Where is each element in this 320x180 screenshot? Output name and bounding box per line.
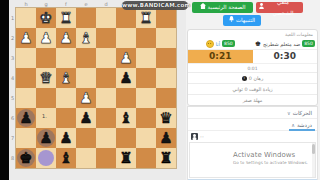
- rank-label-2: 2: [9, 28, 16, 48]
- mode-label: مهلة صفر: [243, 98, 263, 103]
- chat-input[interactable]: [188, 179, 317, 180]
- player-me: أنا 850: [188, 40, 253, 48]
- player-opponent-name: ضد متعلم شطرنج: [263, 41, 300, 47]
- square-c5[interactable]: [116, 88, 136, 108]
- avatar: [191, 133, 198, 140]
- square-b2[interactable]: [136, 28, 156, 48]
- square-e2[interactable]: ♝: [76, 28, 96, 48]
- square-c4[interactable]: ♟: [116, 68, 136, 88]
- square-a6[interactable]: ♛: [156, 108, 176, 128]
- square-h8[interactable]: ♚: [16, 148, 36, 168]
- info-icon[interactable]: i: [242, 76, 247, 81]
- bandicam-watermark: www.BANDICAM.com: [122, 1, 188, 10]
- square-b6[interactable]: [136, 108, 156, 128]
- black-rook-a8[interactable]: ♜: [156, 148, 176, 168]
- file-label-g: g: [36, 0, 56, 8]
- black-king-h8[interactable]: ♚: [16, 148, 36, 168]
- file-label-f: f: [56, 0, 76, 8]
- black-pawn-g7[interactable]: ♟: [36, 128, 56, 148]
- chat-message-row: ··: [188, 131, 317, 142]
- chat-scroll-area[interactable]: [189, 142, 316, 178]
- notifications-button-label: التنبيهات: [236, 15, 255, 26]
- square-e5[interactable]: ♟: [76, 88, 96, 108]
- chat-section-toggle[interactable]: دردشة ∧: [188, 119, 317, 131]
- black-pawn-c4[interactable]: ♟: [116, 68, 136, 88]
- black-pawn-e6[interactable]: ♟: [76, 108, 96, 128]
- rank-label-1: 1: [9, 8, 16, 28]
- white-pawn-f2[interactable]: ♟: [56, 28, 76, 48]
- rank-label-7: 7: [9, 128, 16, 148]
- square-c1[interactable]: [116, 8, 136, 28]
- square-b8[interactable]: [136, 148, 156, 168]
- square-c7[interactable]: [116, 128, 136, 148]
- square-a8[interactable]: ♜: [156, 148, 176, 168]
- bell-icon: [229, 15, 234, 26]
- increment-label: زيادة الوقت 0 ثواني: [232, 87, 272, 92]
- square-b7[interactable]: [136, 128, 156, 148]
- home-button[interactable]: الصفحة الرئيسية: [192, 2, 253, 13]
- square-h7[interactable]: [16, 128, 36, 148]
- clock-opponent: 0:30: [253, 50, 318, 63]
- file-label-h: h: [16, 0, 36, 8]
- rank-label-3: 3: [9, 48, 16, 68]
- left-black-bar: [0, 0, 9, 180]
- moves-label: الحركات: [293, 110, 312, 116]
- white-pawn-e5[interactable]: ♟: [76, 88, 96, 108]
- square-g8[interactable]: [36, 148, 56, 168]
- move-hint-circle: [38, 150, 54, 166]
- person-icon: [259, 2, 264, 13]
- square-f2[interactable]: ♟: [56, 28, 76, 48]
- white-bishop-e2[interactable]: ♝: [76, 28, 96, 48]
- square-a4[interactable]: [156, 68, 176, 88]
- square-b4[interactable]: [136, 68, 156, 88]
- white-pawn-h2[interactable]: ♟: [16, 28, 36, 48]
- square-c2[interactable]: [116, 28, 136, 48]
- moves-section-toggle[interactable]: الحركات ∨: [188, 107, 317, 119]
- white-pawn-c3[interactable]: ♟: [116, 48, 136, 68]
- chess-board[interactable]: ♚♜♜♟♟♟♝♟♛♝♟♟♟1.♟♝♛♟♟♟♚♝♜♜: [16, 8, 176, 168]
- stray-move-number: 1.: [42, 113, 47, 119]
- square-d5[interactable]: [96, 88, 116, 108]
- black-pawn-f7[interactable]: ♟: [56, 128, 76, 148]
- player-opponent: ♚ ضد متعلم شطرنج 850: [253, 40, 318, 48]
- square-a3[interactable]: [156, 48, 176, 68]
- notifications-button[interactable]: التنبيهات: [223, 15, 261, 26]
- black-pawn-h6[interactable]: ♟: [16, 108, 36, 128]
- white-bishop-f4[interactable]: ♝: [56, 68, 76, 88]
- square-f1[interactable]: ♜: [56, 8, 76, 28]
- square-b5[interactable]: [136, 88, 156, 108]
- white-queen-g4[interactable]: ♛: [36, 68, 56, 88]
- square-g2[interactable]: ♟: [36, 28, 56, 48]
- white-rook-b1[interactable]: ♜: [136, 8, 156, 28]
- chat-message-dots: ··: [200, 134, 204, 140]
- square-e1[interactable]: [76, 8, 96, 28]
- black-pawn-a7[interactable]: ♟: [156, 128, 176, 148]
- profile-button-label: ملفي الشخصي: [266, 0, 300, 19]
- chess-board-area: hgfedcba 12345678 ♚♜♜♟♟♟♝♟♛♝♟♟♟1.♟♝♛♟♟♟♚…: [9, 0, 186, 180]
- player-opponent-rating-badge: 850: [302, 40, 315, 47]
- chevron-down-icon: ∨: [287, 110, 291, 116]
- rank-label-8: 8: [9, 148, 16, 168]
- square-f5[interactable]: [56, 88, 76, 108]
- square-b1[interactable]: ♜: [136, 8, 156, 28]
- square-h5[interactable]: [16, 88, 36, 108]
- square-f7[interactable]: ♟: [56, 128, 76, 148]
- rank-labels: 12345678: [9, 8, 16, 168]
- home-button-label: الصفحة الرئيسية: [208, 2, 246, 13]
- black-king-icon: ♚: [255, 40, 261, 48]
- square-f6[interactable]: [56, 108, 76, 128]
- rank-label-4: 4: [9, 68, 16, 88]
- player-me-rating-badge: 850: [222, 40, 235, 47]
- black-queen-a6[interactable]: ♛: [156, 108, 176, 128]
- square-h2[interactable]: ♟: [16, 28, 36, 48]
- player-me-name: أنا: [216, 41, 220, 47]
- square-g1[interactable]: ♚: [36, 8, 56, 28]
- square-g4[interactable]: ♛: [36, 68, 56, 88]
- square-c8[interactable]: ♜: [116, 148, 136, 168]
- clocks-row: 0:21 0:30: [188, 49, 317, 63]
- white-king-g1[interactable]: ♚: [36, 8, 56, 28]
- bet-label: رهان 0: [249, 76, 263, 81]
- square-d3[interactable]: [96, 48, 116, 68]
- chat-scrollbar-thumb[interactable]: [312, 144, 315, 154]
- app-window: hgfedcba 12345678 ♚♜♜♟♟♟♝♟♛♝♟♟♟1.♟♝♛♟♟♟♚…: [0, 0, 320, 180]
- square-h3[interactable]: [16, 48, 36, 68]
- square-c6[interactable]: ♝: [116, 108, 136, 128]
- rank-label-5: 5: [9, 88, 16, 108]
- black-bishop-f8[interactable]: ♝: [56, 148, 76, 168]
- square-d6[interactable]: [96, 108, 116, 128]
- square-h6[interactable]: ♟: [16, 108, 36, 128]
- moves-chat-panel: الحركات ∨ دردشة ∧ ··: [187, 106, 318, 180]
- bet-row: رهان 0 i: [188, 72, 317, 83]
- chat-label: دردشة: [297, 122, 312, 128]
- square-d1[interactable]: [96, 8, 116, 28]
- game-info-card: معلومات اللعبة أنا 850 ♚ ضد متعلم شطرنج …: [187, 29, 318, 106]
- square-f3[interactable]: [56, 48, 76, 68]
- square-f8[interactable]: ♝: [56, 148, 76, 168]
- square-h4[interactable]: [16, 68, 36, 88]
- square-a1[interactable]: [156, 8, 176, 28]
- square-e8[interactable]: [76, 148, 96, 168]
- square-e4[interactable]: [76, 68, 96, 88]
- chat-scrollbar[interactable]: [312, 143, 315, 177]
- profile-button[interactable]: ملفي الشخصي: [256, 2, 303, 13]
- square-a5[interactable]: [156, 88, 176, 108]
- clock-me: 0:21: [188, 50, 253, 63]
- square-g5[interactable]: [36, 88, 56, 108]
- square-e6[interactable]: ♟: [76, 108, 96, 128]
- rank-label-6: 6: [9, 108, 16, 128]
- white-rook-f1[interactable]: ♜: [56, 8, 76, 28]
- square-b3[interactable]: [136, 48, 156, 68]
- file-label-d: d: [96, 0, 116, 8]
- sub-timer: 0:01: [188, 63, 317, 72]
- square-a2[interactable]: [156, 28, 176, 48]
- chevron-up-icon: ∧: [291, 122, 295, 128]
- black-bishop-c6[interactable]: ♝: [116, 108, 136, 128]
- square-g7[interactable]: ♟: [36, 128, 56, 148]
- square-a7[interactable]: ♟: [156, 128, 176, 148]
- square-d4[interactable]: [96, 68, 116, 88]
- square-d2[interactable]: [96, 28, 116, 48]
- players-row: أنا 850 ♚ ضد متعلم شطرنج 850: [188, 38, 317, 49]
- square-c3[interactable]: ♟: [116, 48, 136, 68]
- square-e7[interactable]: [76, 128, 96, 148]
- mode-row: مهلة صفر: [188, 94, 317, 105]
- chat-active-underline: [289, 129, 315, 131]
- game-info-title: معلومات اللعبة: [188, 30, 317, 38]
- square-d7[interactable]: [96, 128, 116, 148]
- black-rook-c8[interactable]: ♜: [116, 148, 136, 168]
- square-e3[interactable]: [76, 48, 96, 68]
- file-label-e: e: [76, 0, 96, 8]
- avatar-emoji-icon: [206, 40, 214, 48]
- square-h1[interactable]: [16, 8, 36, 28]
- home-icon: [200, 2, 206, 13]
- white-pawn-g2[interactable]: ♟: [36, 28, 56, 48]
- increment-row: زيادة الوقت 0 ثواني: [188, 83, 317, 94]
- square-g6[interactable]: 1.: [36, 108, 56, 128]
- square-g3[interactable]: [36, 48, 56, 68]
- square-d8[interactable]: [96, 148, 116, 168]
- square-f4[interactable]: ♝: [56, 68, 76, 88]
